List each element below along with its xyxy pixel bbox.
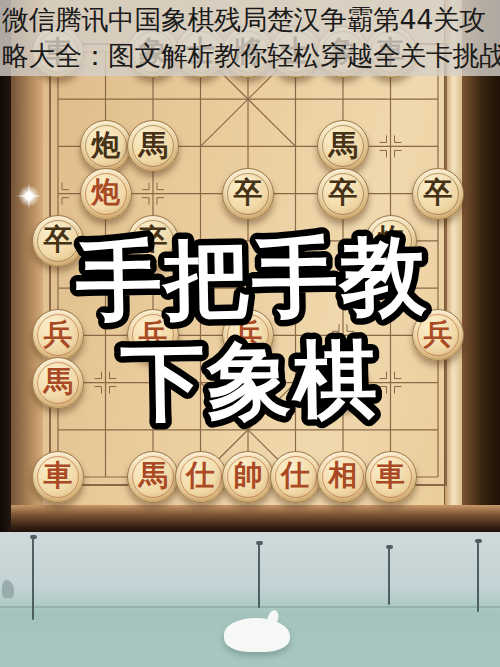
game-photo: 車象士將士象車炮馬馬炮卒卒卒卒卒炮兵兵兵兵馬炮車馬仕帥仕相車 手把手教 下象棋 [0, 0, 500, 532]
white-boat [224, 618, 290, 652]
caption-line-1: 手把手教 [74, 225, 429, 331]
horizon-line [0, 606, 500, 608]
title-line-1: 微信腾讯中国象棋残局楚汉争霸第44关攻 [0, 2, 500, 38]
bottom-video-scene [0, 532, 500, 667]
title-line-2: 略大全：图文解析教你轻松穿越全关卡挑战 [0, 38, 500, 74]
screenshot-root: 車象士將士象車炮馬馬炮卒卒卒卒卒炮兵兵兵兵馬炮車馬仕帥仕相車 手把手教 下象棋 … [0, 0, 500, 667]
lamppost-icon [388, 548, 390, 605]
lamppost-icon [32, 538, 34, 620]
video-title-overlay: 微信腾讯中国象棋残局楚汉争霸第44关攻 略大全：图文解析教你轻松穿越全关卡挑战 [0, 0, 500, 76]
shore-rock [2, 580, 14, 598]
caption-line-2: 下象棋 [119, 330, 380, 433]
caption-overlay: 手把手教 下象棋 [0, 0, 500, 532]
lamppost-icon [477, 542, 479, 612]
lamppost-icon [258, 544, 260, 608]
